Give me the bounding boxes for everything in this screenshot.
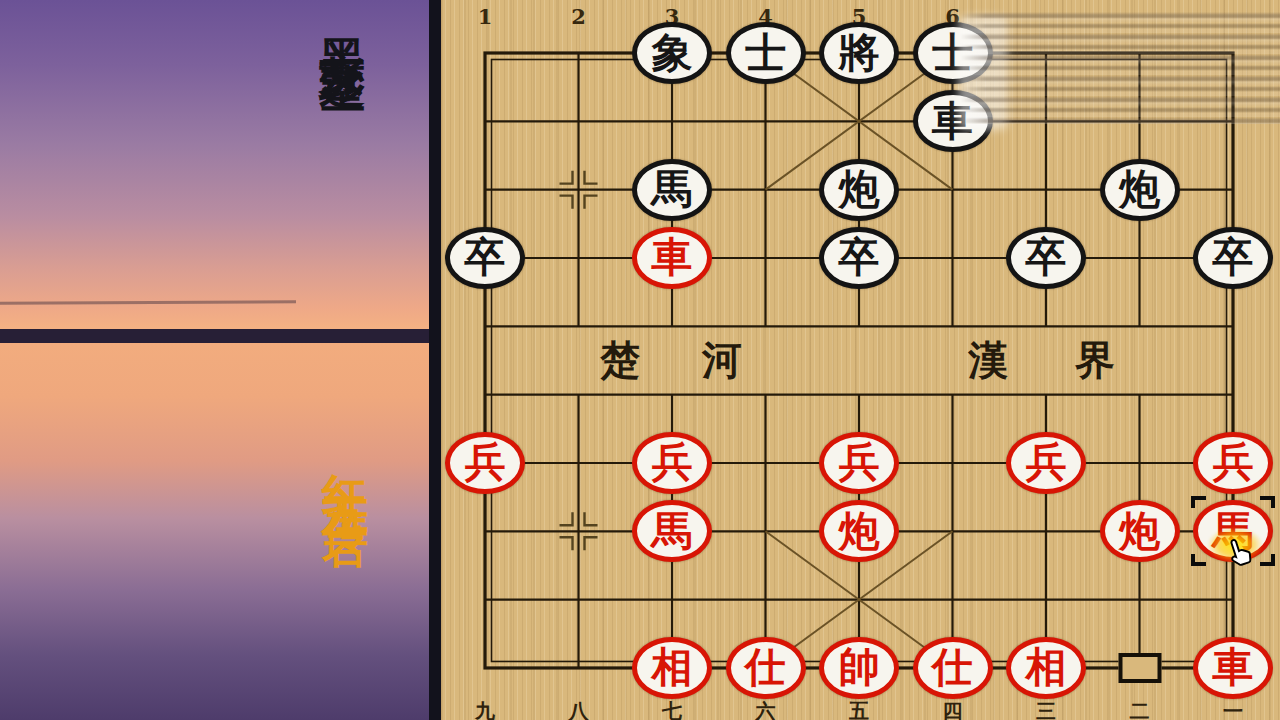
- piece-red-仕-f4r10[interactable]: 仕: [726, 637, 806, 699]
- panel-divider: [429, 0, 441, 720]
- selection-corner-tl: [1191, 496, 1206, 508]
- piece-red-相-f7r10[interactable]: 相: [1006, 637, 1086, 699]
- file-label-bottom-1: 九: [475, 698, 495, 720]
- piece-black-卒-f1r4[interactable]: 卒: [445, 227, 525, 289]
- piece-red-仕-f6r10[interactable]: 仕: [913, 637, 993, 699]
- river-text-chu: 楚: [600, 333, 640, 388]
- file-label-bottom-7: 三: [1036, 698, 1056, 720]
- piece-red-兵-f9r7[interactable]: 兵: [1193, 432, 1273, 494]
- piece-red-帥-f5r10[interactable]: 帥: [819, 637, 899, 699]
- piece-red-兵-f3r7[interactable]: 兵: [632, 432, 712, 494]
- river-text-jie: 界: [1075, 333, 1115, 388]
- black-player-label: 黑方彭述圣: [320, 2, 366, 42]
- piece-red-車-f3r4[interactable]: 車: [632, 227, 712, 289]
- selection-corner-tr: [1260, 496, 1275, 508]
- piece-red-相-f3r10[interactable]: 相: [632, 637, 712, 699]
- file-label-bottom-6: 四: [943, 698, 963, 720]
- file-label-bottom-8: 二: [1130, 698, 1150, 720]
- piece-black-卒-f5r4[interactable]: 卒: [819, 227, 899, 289]
- piece-black-馬-f3r3[interactable]: 馬: [632, 159, 712, 221]
- cloud-streak: [0, 300, 296, 305]
- file-label-top-2: 2: [571, 4, 586, 29]
- piece-red-兵-f5r7[interactable]: 兵: [819, 432, 899, 494]
- sunset-photo: 黑方彭述圣 红方王传岩: [0, 0, 429, 720]
- piece-black-炮-f8r3[interactable]: 炮: [1100, 159, 1180, 221]
- horizon-shoreline: [0, 329, 429, 343]
- red-player-label: 红方王传岩: [323, 437, 369, 497]
- board-grid: [479, 47, 1241, 676]
- screen: 黑方彭述圣 红方王传岩 楚 河 漢 界 123456九八七六五四三二一 象士將士…: [0, 0, 1280, 720]
- selection-corner-br: [1260, 554, 1275, 566]
- piece-red-炮-f8r8[interactable]: 炮: [1100, 500, 1180, 562]
- piece-black-炮-f5r3[interactable]: 炮: [819, 159, 899, 221]
- piece-black-卒-f9r4[interactable]: 卒: [1193, 227, 1273, 289]
- file-label-bottom-5: 五: [849, 698, 869, 720]
- file-label-bottom-3: 七: [662, 698, 682, 720]
- video-streak-artifact: [960, 12, 1280, 124]
- file-label-bottom-4: 六: [756, 698, 776, 720]
- file-label-top-1: 1: [478, 4, 493, 29]
- piece-black-將-f5r1[interactable]: 將: [819, 22, 899, 84]
- piece-black-象-f3r1[interactable]: 象: [632, 22, 712, 84]
- piece-red-車-f9r10[interactable]: 車: [1193, 637, 1273, 699]
- file-label-bottom-9: 一: [1223, 698, 1243, 720]
- piece-black-士-f4r1[interactable]: 士: [726, 22, 806, 84]
- piece-red-兵-f1r7[interactable]: 兵: [445, 432, 525, 494]
- piece-red-兵-f7r7[interactable]: 兵: [1006, 432, 1086, 494]
- hand-cursor-icon: [1222, 537, 1256, 573]
- file-label-bottom-2: 八: [569, 698, 589, 720]
- selection-corner-bl: [1191, 554, 1206, 566]
- river-text-han: 漢: [968, 333, 1008, 388]
- river-text-he: 河: [702, 333, 742, 388]
- move-origin-marker: [1118, 653, 1161, 683]
- piece-red-炮-f5r8[interactable]: 炮: [819, 500, 899, 562]
- piece-red-馬-f3r8[interactable]: 馬: [632, 500, 712, 562]
- piece-black-卒-f7r4[interactable]: 卒: [1006, 227, 1086, 289]
